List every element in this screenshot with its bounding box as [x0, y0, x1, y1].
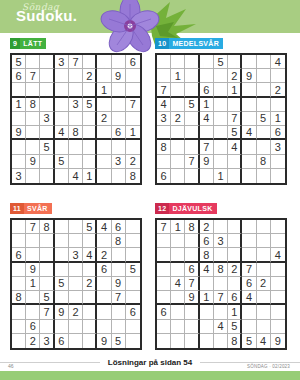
sudoku-cell-given: 4	[214, 320, 228, 334]
sudoku-cell-empty[interactable]	[83, 263, 97, 277]
sudoku-cell-empty[interactable]	[214, 248, 228, 262]
sudoku-cell-empty[interactable]	[112, 98, 126, 112]
sudoku-cell-empty[interactable]	[55, 220, 69, 234]
sudoku-cell-empty[interactable]	[171, 291, 185, 305]
sudoku-cell-given: 8	[69, 126, 83, 140]
sudoku-cell-given: 3	[271, 140, 285, 154]
sudoku-cell-empty[interactable]	[171, 55, 185, 69]
sudoku-cell-given: 7	[242, 263, 256, 277]
sudoku-cell-empty[interactable]	[26, 291, 40, 305]
sudoku-cell-empty[interactable]	[185, 248, 199, 262]
sudoku-cell-empty[interactable]	[228, 155, 242, 169]
sudoku-cell-empty[interactable]	[242, 98, 256, 112]
sudoku-cell-empty[interactable]	[83, 155, 97, 169]
sudoku-cell-empty[interactable]	[26, 169, 40, 183]
sudoku-cell-given: 2	[228, 263, 242, 277]
sudoku-cell-empty[interactable]	[40, 277, 54, 291]
sudoku-cell-given: 8	[12, 291, 26, 305]
sudoku-cell-given: 5	[112, 334, 126, 348]
sudoku-cell-empty[interactable]	[214, 83, 228, 97]
sudoku-cell-empty[interactable]	[55, 320, 69, 334]
sudoku-cell-empty[interactable]	[200, 169, 214, 183]
sudoku-cell-empty[interactable]	[185, 126, 199, 140]
sudoku-cell-empty[interactable]	[26, 305, 40, 319]
sudoku-cell-empty[interactable]	[242, 234, 256, 248]
sudoku-cell-given: 5	[228, 320, 242, 334]
sudoku-cell-empty[interactable]	[40, 234, 54, 248]
sudoku-cell-empty[interactable]	[112, 320, 126, 334]
sudoku-cell-empty[interactable]	[12, 155, 26, 169]
sudoku-cell-given: 6	[112, 220, 126, 234]
sudoku-cell-given: 1	[83, 169, 97, 183]
sudoku-cell-given: 7	[200, 140, 214, 154]
sudoku-cell-empty[interactable]	[97, 69, 111, 83]
sudoku-cell-empty[interactable]	[97, 305, 111, 319]
sudoku-cell-empty[interactable]	[257, 263, 271, 277]
sudoku-cell-empty[interactable]	[171, 263, 185, 277]
sudoku-cell-empty[interactable]	[83, 112, 97, 126]
sudoku-cell-given: 5	[55, 155, 69, 169]
sudoku-cell-given: 6	[157, 169, 171, 183]
sudoku-cell-empty[interactable]	[12, 334, 26, 348]
sudoku-cell-given: 5	[55, 277, 69, 291]
sudoku-cell-given: 7	[112, 291, 126, 305]
puzzle-11-number: 11	[10, 203, 24, 214]
logo-bold-text: Sudoku.	[16, 8, 77, 23]
sudoku-cell-given: 1	[171, 220, 185, 234]
sudoku-cell-empty[interactable]	[271, 291, 285, 305]
sudoku-cell-empty[interactable]	[40, 126, 54, 140]
sudoku-cell-given: 8	[40, 220, 54, 234]
sudoku-cell-given: 4	[242, 126, 256, 140]
sudoku-cell-given: 6	[55, 334, 69, 348]
sudoku-cell-empty[interactable]	[40, 69, 54, 83]
sudoku-cell-empty[interactable]	[12, 277, 26, 291]
sudoku-cell-empty[interactable]	[228, 169, 242, 183]
sudoku-cell-empty[interactable]	[214, 277, 228, 291]
sudoku-cell-given: 6	[185, 263, 199, 277]
sudoku-cell-given: 3	[112, 155, 126, 169]
sudoku-cell-empty[interactable]	[257, 320, 271, 334]
sudoku-cell-given: 1	[228, 305, 242, 319]
sudoku-cell-empty[interactable]	[271, 234, 285, 248]
sudoku-cell-empty[interactable]	[200, 277, 214, 291]
sudoku-cell-given: 6	[242, 277, 256, 291]
sudoku-cell-empty[interactable]	[157, 234, 171, 248]
sudoku-cell-empty[interactable]	[112, 83, 126, 97]
sudoku-cell-empty[interactable]	[271, 320, 285, 334]
sudoku-cell-empty[interactable]	[26, 248, 40, 262]
sudoku-cell-empty[interactable]	[271, 277, 285, 291]
sudoku-cell-empty[interactable]	[171, 126, 185, 140]
sudoku-cell-empty[interactable]	[157, 263, 171, 277]
sudoku-cell-empty[interactable]	[242, 112, 256, 126]
sudoku-cell-empty[interactable]	[97, 291, 111, 305]
sudoku-cell-empty[interactable]	[26, 234, 40, 248]
sudoku-cell-empty[interactable]	[83, 234, 97, 248]
sudoku-cell-empty[interactable]	[185, 305, 199, 319]
sudoku-cell-given: 1	[214, 169, 228, 183]
sudoku-cell-empty[interactable]	[157, 291, 171, 305]
sudoku-cell-given: 4	[83, 248, 97, 262]
sudoku-cell-empty[interactable]	[171, 334, 185, 348]
sudoku-cell-empty[interactable]	[271, 169, 285, 183]
sudoku-cell-empty[interactable]	[55, 83, 69, 97]
puzzle-10-number: 10	[155, 38, 169, 49]
sudoku-cell-given: 2	[26, 334, 40, 348]
sudoku-cell-empty[interactable]	[69, 320, 83, 334]
sudoku-cell-empty[interactable]	[69, 155, 83, 169]
sudoku-cell-empty[interactable]	[112, 248, 126, 262]
sudoku-cell-empty[interactable]	[40, 98, 54, 112]
footer-rule-left	[0, 362, 100, 363]
sudoku-cell-given: 6	[228, 291, 242, 305]
sudoku-cell-empty[interactable]	[97, 234, 111, 248]
sudoku-cell-given: 5	[40, 140, 54, 154]
sudoku-cell-given: 9	[200, 155, 214, 169]
sudoku-cell-empty[interactable]	[126, 83, 140, 97]
sudoku-cell-empty[interactable]	[69, 83, 83, 97]
sudoku-cell-given: 3	[69, 98, 83, 112]
sudoku-cell-empty[interactable]	[200, 69, 214, 83]
sudoku-cell-empty[interactable]	[242, 55, 256, 69]
sudoku-cell-empty[interactable]	[157, 248, 171, 262]
sudoku-cell-empty[interactable]	[55, 263, 69, 277]
sudoku-cell-empty[interactable]	[171, 234, 185, 248]
puzzle-11-difficulty: SVÅR	[24, 203, 52, 214]
sudoku-cell-empty[interactable]	[69, 112, 83, 126]
sudoku-cell-given: 6	[200, 83, 214, 97]
badge-puzzle-11: 11 SVÅR	[10, 203, 52, 214]
sudoku-cell-given: 1	[271, 112, 285, 126]
sudoku-cell-empty[interactable]	[171, 98, 185, 112]
sudoku-cell-empty[interactable]	[112, 169, 126, 183]
sudoku-cell-empty[interactable]	[214, 98, 228, 112]
sudoku-cell-empty[interactable]	[40, 55, 54, 69]
sudoku-cell-empty[interactable]	[112, 263, 126, 277]
sudoku-cell-given: 9	[185, 291, 199, 305]
sudoku-cell-given: 5	[12, 55, 26, 69]
sudoku-cell-empty[interactable]	[55, 112, 69, 126]
sudoku-cell-empty[interactable]	[126, 69, 140, 83]
sudoku-cell-given: 9	[26, 155, 40, 169]
sudoku-cell-empty[interactable]	[83, 334, 97, 348]
sudoku-cell-given: 2	[257, 277, 271, 291]
sudoku-cell-empty[interactable]	[257, 140, 271, 154]
sudoku-cell-empty[interactable]	[257, 98, 271, 112]
sudoku-cell-empty[interactable]	[214, 334, 228, 348]
sudoku-cell-given: 2	[83, 69, 97, 83]
sudoku-cell-empty[interactable]	[228, 277, 242, 291]
sudoku-cell-empty[interactable]	[97, 126, 111, 140]
sudoku-cell-empty[interactable]	[97, 140, 111, 154]
sudoku-cell-empty[interactable]	[126, 334, 140, 348]
sudoku-cell-empty[interactable]	[242, 83, 256, 97]
sudoku-cell-empty[interactable]	[112, 55, 126, 69]
sudoku-cell-empty[interactable]	[69, 277, 83, 291]
sudoku-cell-empty[interactable]	[69, 220, 83, 234]
sudoku-cell-empty[interactable]	[40, 155, 54, 169]
sudoku-cell-empty[interactable]	[126, 220, 140, 234]
sudoku-cell-empty[interactable]	[83, 55, 97, 69]
sudoku-cell-empty[interactable]	[242, 169, 256, 183]
sudoku-cell-empty[interactable]	[12, 234, 26, 248]
sudoku-cell-empty[interactable]	[214, 69, 228, 83]
sudoku-cell-given: 5	[126, 263, 140, 277]
sudoku-cell-empty[interactable]	[55, 140, 69, 154]
sudoku-cell-given: 7	[214, 291, 228, 305]
sudoku-cell-empty[interactable]	[126, 112, 140, 126]
sudoku-cell-empty[interactable]	[157, 320, 171, 334]
sudoku-cell-empty[interactable]	[171, 305, 185, 319]
sudoku-cell-empty[interactable]	[26, 126, 40, 140]
sudoku-cell-given: 9	[97, 334, 111, 348]
sudoku-cell-empty[interactable]	[97, 55, 111, 69]
sudoku-cell-empty[interactable]	[26, 140, 40, 154]
sudoku-cell-empty[interactable]	[97, 277, 111, 291]
sudoku-cell-given: 7	[228, 112, 242, 126]
sudoku-cell-empty[interactable]	[200, 320, 214, 334]
sudoku-cell-empty[interactable]	[40, 263, 54, 277]
sudoku-cell-empty[interactable]	[228, 220, 242, 234]
sudoku-cell-empty[interactable]	[200, 305, 214, 319]
sudoku-cell-given: 3	[69, 248, 83, 262]
sudoku-cell-given: 5	[40, 291, 54, 305]
sudoku-board-11: 785468634296515298577926623695	[10, 218, 142, 350]
sudoku-cell-empty[interactable]	[200, 55, 214, 69]
sudoku-cell-empty[interactable]	[257, 55, 271, 69]
sudoku-cell-empty[interactable]	[40, 169, 54, 183]
sudoku-cell-given: 1	[171, 69, 185, 83]
badge-puzzle-10: 10 MEDELSVÅR	[155, 38, 223, 49]
sudoku-cell-empty[interactable]	[69, 334, 83, 348]
sudoku-cell-empty[interactable]	[185, 169, 199, 183]
sudoku-cell-empty[interactable]	[83, 320, 97, 334]
sudoku-cell-given: 4	[242, 291, 256, 305]
sudoku-cell-given: 2	[83, 277, 97, 291]
sudoku-cell-empty[interactable]	[157, 69, 171, 83]
sudoku-cell-empty[interactable]	[112, 140, 126, 154]
sudoku-cell-given: 1	[12, 98, 26, 112]
sudoku-cell-empty[interactable]	[185, 334, 199, 348]
sudoku-cell-empty[interactable]	[257, 83, 271, 97]
sudoku-cell-given: 8	[228, 334, 242, 348]
sudoku-cell-given: 7	[40, 305, 54, 319]
sudoku-cell-empty[interactable]	[112, 305, 126, 319]
sudoku-cell-empty[interactable]	[83, 126, 97, 140]
sudoku-cell-empty[interactable]	[12, 220, 26, 234]
sudoku-cell-empty[interactable]	[157, 277, 171, 291]
sudoku-cell-empty[interactable]	[40, 320, 54, 334]
sudoku-cell-given: 2	[97, 112, 111, 126]
sudoku-cell-empty[interactable]	[171, 248, 185, 262]
sudoku-cell-given: 7	[157, 220, 171, 234]
sudoku-cell-empty[interactable]	[97, 98, 111, 112]
sudoku-cell-given: 6	[12, 69, 26, 83]
sudoku-cell-empty[interactable]	[157, 126, 171, 140]
sudoku-cell-empty[interactable]	[171, 83, 185, 97]
sudoku-cell-empty[interactable]	[214, 155, 228, 169]
sudoku-cell-empty[interactable]	[157, 334, 171, 348]
sudoku-cell-empty[interactable]	[26, 83, 40, 97]
sudoku-cell-empty[interactable]	[185, 83, 199, 97]
sudoku-cell-empty[interactable]	[214, 112, 228, 126]
sudoku-cell-given: 7	[157, 83, 171, 97]
sudoku-cell-empty[interactable]	[228, 98, 242, 112]
puzzle-12-difficulty: DJÄVULSK	[169, 203, 216, 214]
sudoku-cell-empty[interactable]	[97, 155, 111, 169]
sudoku-cell-empty[interactable]	[271, 98, 285, 112]
sudoku-cell-empty[interactable]	[242, 140, 256, 154]
puzzle-9-number: 9	[10, 38, 20, 49]
sudoku-cell-empty[interactable]	[55, 291, 69, 305]
sudoku-cell-given: 2	[126, 155, 140, 169]
sudoku-cell-empty[interactable]	[126, 140, 140, 154]
sudoku-cell-empty[interactable]	[228, 55, 242, 69]
badge-puzzle-12: 12 DJÄVULSK	[155, 203, 217, 214]
sudoku-cell-empty[interactable]	[242, 220, 256, 234]
sudoku-cell-empty[interactable]	[228, 234, 242, 248]
sudoku-cell-empty[interactable]	[185, 69, 199, 83]
sudoku-cell-empty[interactable]	[126, 234, 140, 248]
sudoku-cell-empty[interactable]	[171, 155, 185, 169]
sudoku-cell-empty[interactable]	[271, 305, 285, 319]
sudoku-cell-empty[interactable]	[242, 155, 256, 169]
sudoku-cell-empty[interactable]	[112, 112, 126, 126]
sudoku-cell-given: 7	[185, 155, 199, 169]
sudoku-cell-empty[interactable]	[257, 248, 271, 262]
sudoku-cell-given: 6	[97, 263, 111, 277]
sudoku-cell-given: 2	[228, 69, 242, 83]
sudoku-cell-empty[interactable]	[83, 305, 97, 319]
sudoku-cell-empty[interactable]	[257, 291, 271, 305]
sudoku-cell-empty[interactable]	[12, 140, 26, 154]
sudoku-cell-given: 5	[242, 334, 256, 348]
sudoku-cell-empty[interactable]	[257, 169, 271, 183]
sudoku-cell-given: 8	[257, 155, 271, 169]
sudoku-cell-empty[interactable]	[271, 263, 285, 277]
sudoku-cell-empty[interactable]	[55, 234, 69, 248]
sudoku-cell-empty[interactable]	[171, 169, 185, 183]
sudoku-cell-empty[interactable]	[12, 112, 26, 126]
sudoku-cell-empty[interactable]	[126, 277, 140, 291]
puzzle-9-difficulty: LÄTT	[20, 38, 46, 49]
sudoku-cell-empty[interactable]	[26, 55, 40, 69]
sudoku-cell-empty[interactable]	[171, 320, 185, 334]
sudoku-cell-given: 3	[55, 55, 69, 69]
sudoku-cell-given: 4	[55, 126, 69, 140]
sudoku-cell-empty[interactable]	[214, 126, 228, 140]
sudoku-cell-given: 1	[200, 98, 214, 112]
sudoku-cell-empty[interactable]	[271, 220, 285, 234]
sudoku-cell-empty[interactable]	[157, 155, 171, 169]
sudoku-cell-given: 7	[26, 69, 40, 83]
sudoku-cell-empty[interactable]	[214, 220, 228, 234]
sudoku-cell-given: 6	[126, 305, 140, 319]
sudoku-cell-given: 7	[126, 98, 140, 112]
sudoku-cell-given: 5	[83, 98, 97, 112]
sudoku-cell-given: 2	[69, 305, 83, 319]
sudoku-cell-empty[interactable]	[271, 69, 285, 83]
sudoku-cell-empty[interactable]	[126, 248, 140, 262]
sudoku-cell-empty[interactable]	[40, 248, 54, 262]
sudoku-cell-empty[interactable]	[185, 55, 199, 69]
puzzle-12-number: 12	[155, 203, 169, 214]
sudoku-cell-empty[interactable]	[257, 305, 271, 319]
sudoku-cell-empty[interactable]	[126, 291, 140, 305]
sudoku-cell-empty[interactable]	[242, 320, 256, 334]
sudoku-cell-empty[interactable]	[171, 140, 185, 154]
sudoku-cell-empty[interactable]	[271, 155, 285, 169]
sudoku-cell-empty[interactable]	[185, 234, 199, 248]
sudoku-cell-empty[interactable]	[83, 140, 97, 154]
sudoku-cell-empty[interactable]	[185, 112, 199, 126]
magazine-logo: Söndag Sudoku.	[16, 3, 77, 23]
sudoku-cell-empty[interactable]	[185, 140, 199, 154]
sudoku-cell-empty[interactable]	[97, 169, 111, 183]
sudoku-cell-empty[interactable]	[40, 83, 54, 97]
sudoku-cell-given: 4	[69, 169, 83, 183]
sudoku-cell-empty[interactable]	[126, 320, 140, 334]
sudoku-cell-empty[interactable]	[242, 248, 256, 262]
sudoku-cell-empty[interactable]	[200, 334, 214, 348]
sudoku-cell-empty[interactable]	[12, 320, 26, 334]
sudoku-cell-given: 4	[157, 98, 171, 112]
sudoku-cell-given: 8	[126, 169, 140, 183]
sudoku-cell-given: 4	[200, 112, 214, 126]
sudoku-cell-given: 7	[69, 55, 83, 69]
sudoku-cell-empty[interactable]	[200, 126, 214, 140]
sudoku-cell-empty[interactable]	[55, 69, 69, 83]
sudoku-cell-empty[interactable]	[257, 69, 271, 83]
sudoku-cell-empty[interactable]	[12, 305, 26, 319]
sudoku-cell-given: 7	[185, 277, 199, 291]
sudoku-cell-empty[interactable]	[55, 169, 69, 183]
sudoku-cell-empty[interactable]	[83, 291, 97, 305]
sudoku-cell-empty[interactable]	[257, 234, 271, 248]
sudoku-cell-given: 9	[112, 69, 126, 83]
sudoku-cell-given: 5	[228, 126, 242, 140]
sudoku-cell-empty[interactable]	[242, 305, 256, 319]
sudoku-cell-given: 9	[26, 263, 40, 277]
sudoku-cell-empty[interactable]	[228, 248, 242, 262]
sudoku-cell-empty[interactable]	[69, 263, 83, 277]
sudoku-cell-empty[interactable]	[12, 263, 26, 277]
sudoku-cell-given: 1	[126, 126, 140, 140]
sudoku-cell-empty[interactable]	[55, 248, 69, 262]
footer-rule-right	[200, 362, 300, 363]
sudoku-cell-empty[interactable]	[55, 98, 69, 112]
sudoku-cell-empty[interactable]	[257, 126, 271, 140]
sudoku-cell-empty[interactable]	[214, 140, 228, 154]
sudoku-cell-empty[interactable]	[69, 234, 83, 248]
sudoku-cell-empty[interactable]	[26, 112, 40, 126]
sudoku-cell-empty[interactable]	[12, 83, 26, 97]
sudoku-cell-empty[interactable]	[83, 83, 97, 97]
sudoku-cell-empty[interactable]	[69, 140, 83, 154]
sudoku-cell-empty[interactable]	[185, 320, 199, 334]
sudoku-cell-empty[interactable]	[69, 69, 83, 83]
sudoku-cell-empty[interactable]	[214, 305, 228, 319]
sudoku-cell-empty[interactable]	[97, 320, 111, 334]
sudoku-cell-given: 8	[157, 140, 171, 154]
sudoku-cell-empty[interactable]	[257, 220, 271, 234]
sudoku-cell-empty[interactable]	[69, 291, 83, 305]
sudoku-cell-empty[interactable]	[157, 55, 171, 69]
sudoku-cell-given: 6	[271, 126, 285, 140]
sudoku-cell-given: 4	[271, 248, 285, 262]
solutions-reference-text: Lösningar på sidan 54	[100, 358, 200, 367]
